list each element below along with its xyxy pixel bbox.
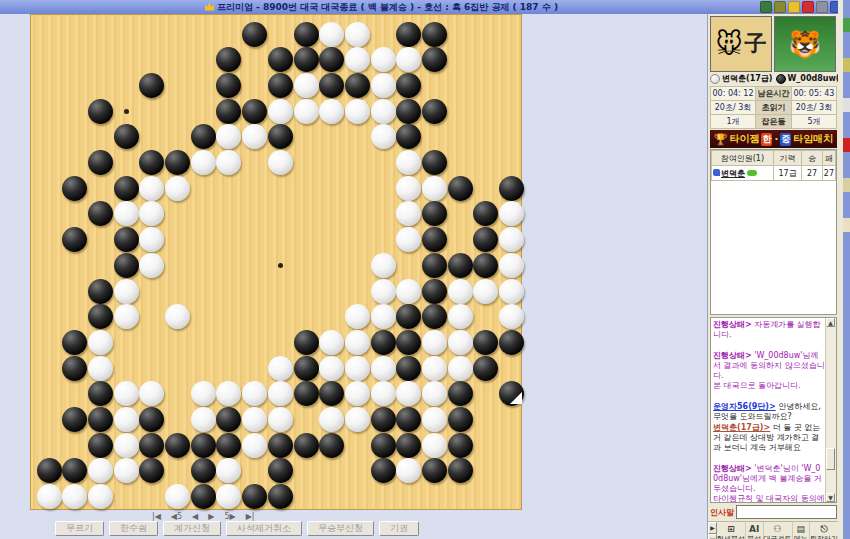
white-stone	[371, 304, 396, 329]
black-stone	[268, 73, 293, 98]
white-stone	[114, 381, 139, 406]
toolbar-label: 대국검토	[764, 534, 792, 539]
white-stone	[448, 330, 473, 355]
white-stone	[216, 381, 241, 406]
thumbs-up-icon	[713, 169, 720, 176]
white-stone	[396, 279, 421, 304]
black-stone	[216, 407, 241, 432]
white-stone	[216, 458, 241, 483]
white-time: 00: 04: 12	[711, 87, 756, 101]
window-title: 프리미엄 - 8900번 대국 대국종료 ( 백 불계승 ) - 호선 : 흑 …	[0, 1, 760, 14]
white-stone	[422, 433, 447, 458]
chat-message: 운영자56(9단)> 안녕하세요, 무엇을 도와드릴까요?	[713, 402, 825, 422]
black-stone	[371, 433, 396, 458]
sidebar-toolbar: ▶▣ ⊞형세분석AI분석⚇대국검토▤메뉴⎋퇴장하기	[708, 521, 839, 539]
white-stone	[268, 356, 293, 381]
white-stone	[396, 201, 421, 226]
black-stone	[294, 330, 319, 355]
player-names-row: 변덕춘(17급) W_00d8uw(17급)	[708, 72, 839, 85]
black-stone	[191, 124, 216, 149]
chat-message: 진행상태> 'W_00d8uw'님께서 결과에 동의하지 않으셨습니다. 본 대…	[713, 351, 825, 391]
toolbar-button-대국검토[interactable]: ⚇대국검토	[764, 522, 793, 539]
white-stone	[242, 433, 267, 458]
game-workspace: |◀◀5◀▶5▶▶| 무르기한수쉼계가신청사석제거취소무승부신청기권	[0, 14, 707, 529]
black-stone	[268, 47, 293, 72]
white-stone	[114, 433, 139, 458]
black-stone	[499, 381, 524, 406]
background-window-fragment	[843, 178, 850, 192]
white-byoyomi: 20초/ 3회	[711, 101, 756, 115]
toolbar-icon: ⚇	[773, 524, 781, 534]
black-byoyomi: 20초/ 3회	[791, 101, 836, 115]
black-stone	[88, 201, 113, 226]
white-stone	[396, 47, 421, 72]
toolbar-label: 메뉴	[794, 534, 808, 539]
black-stone	[396, 356, 421, 381]
white-stone	[139, 253, 164, 278]
white-stone	[139, 227, 164, 252]
scroll-up-button[interactable]: ▲	[826, 318, 835, 327]
toolbar-button-퇴장하기[interactable]: ⎋퇴장하기	[810, 522, 839, 539]
black-stone	[62, 407, 87, 432]
white-stone	[448, 356, 473, 381]
background-window-fragment	[843, 98, 850, 112]
white-stone	[345, 407, 370, 432]
black-stone	[422, 304, 447, 329]
white-stone	[422, 356, 447, 381]
black-stone	[396, 304, 421, 329]
white-stone	[114, 279, 139, 304]
action-button[interactable]: 기권	[379, 521, 419, 536]
white-stone	[319, 356, 344, 381]
white-stone	[422, 330, 447, 355]
titlebar-icon[interactable]	[774, 1, 786, 13]
toolbar-label: 형세분석	[717, 534, 745, 539]
background-window-fragment	[843, 58, 850, 72]
black-stone	[473, 253, 498, 278]
black-stone	[37, 458, 62, 483]
chat-message: 진행상태> 자동계가를 실행합니다.	[713, 320, 825, 340]
black-stone	[88, 407, 113, 432]
background-window-blue	[843, 0, 850, 539]
white-stone	[371, 99, 396, 124]
action-button[interactable]: 사석제거취소	[226, 521, 302, 536]
white-stone	[371, 356, 396, 381]
black-stone	[396, 407, 421, 432]
white-stone	[422, 176, 447, 201]
black-stone	[294, 356, 319, 381]
white-stone	[345, 47, 370, 72]
white-stone	[422, 381, 447, 406]
white-stone	[499, 201, 524, 226]
toolbar-label: 분석	[747, 534, 761, 539]
white-stone	[216, 484, 241, 509]
black-stone	[88, 433, 113, 458]
white-stone	[88, 330, 113, 355]
black-stone	[139, 433, 164, 458]
chat-scrollbar[interactable]: ▲ ▼	[825, 318, 836, 502]
white-stone	[268, 381, 293, 406]
move-nav-row: |◀◀5◀▶5▶▶|	[150, 512, 257, 521]
black-stone	[242, 22, 267, 47]
participants-table: 참여인원(1) 기력 승 패 변덕춘 17급 27 27	[711, 150, 836, 181]
chat-sender: 진행상태>	[713, 351, 752, 360]
avatar-row: 🐭子 🐯	[708, 14, 839, 72]
black-stone	[422, 253, 447, 278]
time-label: 남은시간	[756, 87, 792, 101]
byoyomi-label: 초읽기	[756, 101, 792, 115]
white-stone	[371, 47, 396, 72]
white-stone	[448, 304, 473, 329]
black-stone	[422, 279, 447, 304]
black-stone	[62, 330, 87, 355]
background-window-fragment	[843, 218, 850, 232]
black-stone	[499, 176, 524, 201]
black-stone	[422, 201, 447, 226]
white-stone	[473, 279, 498, 304]
white-stone	[268, 99, 293, 124]
black-stone	[165, 433, 190, 458]
white-stone	[345, 99, 370, 124]
white-stone	[396, 176, 421, 201]
action-button[interactable]: 한수쉼	[109, 521, 158, 536]
nav-button[interactable]: ▶|	[244, 512, 257, 521]
black-stone	[422, 227, 447, 252]
black-captures: 5개	[791, 115, 836, 129]
black-stone	[319, 73, 344, 98]
black-stone	[396, 330, 421, 355]
white-stone	[396, 381, 421, 406]
black-stone	[422, 150, 447, 175]
white-stone	[345, 22, 370, 47]
white-stone	[242, 124, 267, 149]
white-stone	[371, 73, 396, 98]
chat-message: 변덕춘(17급)> 더 둘 곳 없는 거 같은데 상대방 계가하고 결과 보더니…	[713, 423, 825, 453]
titlebar-icon[interactable]	[788, 1, 800, 13]
black-stone	[139, 73, 164, 98]
white-player-name: 변덕춘(17급)	[708, 73, 774, 84]
white-stone	[139, 176, 164, 201]
white-stone	[499, 279, 524, 304]
black-stone	[191, 484, 216, 509]
toolbar-icon: AI	[749, 524, 759, 534]
nav-button[interactable]: ▶	[206, 512, 216, 521]
collapse-handle[interactable]: ▶▣	[708, 522, 717, 539]
scroll-down-button[interactable]: ▼	[826, 493, 835, 502]
titlebar-icon[interactable]	[816, 1, 828, 13]
action-button[interactable]: 계가신청	[163, 521, 221, 536]
black-stone	[191, 433, 216, 458]
titlebar-icon[interactable]	[802, 1, 814, 13]
trophy-icon: 🏆	[714, 133, 728, 146]
black-time: 00: 05: 43	[791, 87, 836, 101]
black-stone	[165, 150, 190, 175]
scrollbar-thumb[interactable]	[826, 448, 835, 470]
greeting-label[interactable]: 인사말	[710, 507, 734, 518]
white-stone	[114, 201, 139, 226]
white-stone	[448, 279, 473, 304]
black-stone	[319, 433, 344, 458]
chat-sender: 진행상태>	[713, 320, 752, 329]
nav-button[interactable]: ◀	[190, 512, 200, 521]
black-stone	[448, 407, 473, 432]
titlebar-icon-group	[760, 1, 842, 13]
go-board[interactable]	[30, 14, 522, 510]
white-stone	[268, 407, 293, 432]
white-stone	[114, 458, 139, 483]
white-stone	[268, 150, 293, 175]
toolbar-icon: ⊞	[727, 524, 735, 534]
white-stone	[165, 304, 190, 329]
black-stone	[114, 253, 139, 278]
mouse-icon: 🐭	[715, 29, 742, 59]
black-stone	[139, 150, 164, 175]
black-stone	[88, 381, 113, 406]
white-stone	[114, 304, 139, 329]
nav-button[interactable]: 5▶	[222, 512, 237, 521]
toolbar-button-분석[interactable]: AI분석	[746, 522, 764, 539]
black-stone	[62, 458, 87, 483]
black-stone	[396, 433, 421, 458]
white-stone	[319, 407, 344, 432]
white-stone	[191, 150, 216, 175]
white-stone	[396, 458, 421, 483]
chat-message: 진행상태> '변덕춘'님이 'W_00d8uw'님에게 백 불계승을 거두셨습니…	[713, 464, 825, 503]
black-stone	[268, 433, 293, 458]
white-stone	[499, 227, 524, 252]
black-stone	[62, 176, 87, 201]
background-window-strip	[838, 0, 850, 539]
white-stone	[139, 381, 164, 406]
black-stone	[396, 22, 421, 47]
white-stone	[294, 73, 319, 98]
nav-button[interactable]: |◀	[150, 512, 163, 521]
chat-messages: 진행상태> 자동계가를 실행합니다.진행상태> 'W_00d8uw'님께서 결과…	[713, 320, 825, 502]
toolbar-label: 퇴장하기	[810, 534, 838, 539]
black-stone	[422, 458, 447, 483]
white-stone	[139, 201, 164, 226]
white-stone	[165, 176, 190, 201]
white-stone-icon	[710, 74, 720, 84]
black-stone	[139, 407, 164, 432]
chat-panel: 진행상태> 자동계가를 실행합니다.진행상태> 'W_00d8uw'님께서 결과…	[710, 317, 837, 503]
event-banner[interactable]: 🏆 타이젬 한 · 중 타임매치	[710, 130, 837, 148]
participant-row[interactable]: 변덕춘 17급 27 27	[712, 166, 836, 181]
black-stone	[473, 227, 498, 252]
toolbar-icon: ▤	[796, 524, 805, 534]
white-stone	[216, 124, 241, 149]
black-stone	[371, 407, 396, 432]
black-stone	[114, 227, 139, 252]
clock-table: 00: 04: 12 남은시간 00: 05: 43 20초/ 3회 초읽기 2…	[710, 86, 837, 129]
white-stone	[345, 304, 370, 329]
white-stone	[371, 279, 396, 304]
chat-sender[interactable]: 운영자56(9단)>	[713, 402, 776, 411]
black-stone	[396, 99, 421, 124]
black-stone	[114, 176, 139, 201]
black-stone	[88, 279, 113, 304]
black-stone	[294, 433, 319, 458]
black-stone	[268, 458, 293, 483]
black-stone	[371, 330, 396, 355]
chat-bubble-icon	[747, 170, 757, 176]
black-stone	[422, 47, 447, 72]
chat-sender[interactable]: 변덕춘(17급)>	[713, 423, 770, 432]
white-stone	[345, 356, 370, 381]
white-stone	[371, 253, 396, 278]
white-stone	[319, 99, 344, 124]
white-stone	[319, 22, 344, 47]
background-window-fragment	[843, 138, 850, 152]
action-button[interactable]: 무르기	[55, 521, 104, 536]
chat-input-row: 인사말	[710, 505, 837, 519]
toolbar-button-형세분석[interactable]: ⊞형세분석	[717, 522, 746, 539]
white-stone	[371, 381, 396, 406]
black-stone	[448, 176, 473, 201]
white-stone	[114, 407, 139, 432]
black-stone-icon	[776, 74, 786, 84]
action-button[interactable]: 무승부신청	[307, 521, 374, 536]
black-stone	[191, 458, 216, 483]
titlebar-icon[interactable]	[760, 1, 772, 13]
black-stone	[499, 330, 524, 355]
sidebar: 🐭子 🐯 변덕춘(17급) W_00d8uw(17급) 00: 04: 12 남…	[707, 14, 839, 539]
black-stone	[473, 330, 498, 355]
black-stone	[319, 381, 344, 406]
black-stone	[216, 433, 241, 458]
white-stone	[345, 330, 370, 355]
black-stone	[268, 124, 293, 149]
black-stone	[216, 99, 241, 124]
captures-label: 잡은돌	[756, 115, 792, 129]
white-stone	[396, 150, 421, 175]
white-stone	[499, 253, 524, 278]
last-move-marker	[510, 392, 522, 404]
black-stone	[114, 124, 139, 149]
participants-panel: 참여인원(1) 기력 승 패 변덕춘 17급 27 27	[710, 149, 837, 315]
black-stone	[345, 73, 370, 98]
black-stone	[448, 433, 473, 458]
black-stone	[473, 201, 498, 226]
white-stone	[191, 407, 216, 432]
white-stone	[165, 484, 190, 509]
black-stone	[319, 47, 344, 72]
white-stone	[345, 381, 370, 406]
black-stone	[242, 99, 267, 124]
toolbar-icon: ⎋	[820, 524, 827, 534]
black-stone	[242, 484, 267, 509]
chat-sender: 진행상태>	[713, 464, 752, 473]
background-window-fragment	[843, 18, 850, 32]
black-stone	[448, 381, 473, 406]
star-point	[278, 263, 283, 268]
black-player-avatar: 🐯	[774, 16, 836, 72]
white-stone	[371, 124, 396, 149]
participants-header: 참여인원(1) 기력 승 패	[712, 151, 836, 166]
black-stone	[88, 304, 113, 329]
black-stone	[88, 150, 113, 175]
black-stone	[62, 227, 87, 252]
nav-button[interactable]: ◀5	[169, 512, 184, 521]
black-stone	[268, 484, 293, 509]
white-stone	[88, 458, 113, 483]
white-stone	[499, 304, 524, 329]
title-bar: 프리미엄 - 8900번 대국 대국종료 ( 백 불계승 ) - 호선 : 흑 …	[0, 0, 850, 14]
black-stone	[448, 253, 473, 278]
black-stone	[139, 458, 164, 483]
black-stone	[422, 22, 447, 47]
black-stone	[216, 73, 241, 98]
white-stone	[422, 407, 447, 432]
white-stone	[88, 484, 113, 509]
white-stone	[191, 381, 216, 406]
chat-input[interactable]	[736, 505, 837, 519]
black-stone	[88, 99, 113, 124]
white-stone	[294, 99, 319, 124]
white-stone	[242, 407, 267, 432]
black-stone	[294, 381, 319, 406]
white-stone	[88, 356, 113, 381]
white-stone	[242, 381, 267, 406]
toolbar-button-메뉴[interactable]: ▤메뉴	[793, 522, 811, 539]
white-stone	[216, 150, 241, 175]
black-stone	[473, 356, 498, 381]
black-player-name: W_00d8uw(17급)	[774, 73, 840, 84]
black-stone	[294, 47, 319, 72]
black-stone	[422, 99, 447, 124]
black-stone	[396, 124, 421, 149]
black-stone	[371, 458, 396, 483]
white-captures: 1개	[711, 115, 756, 129]
white-stone	[37, 484, 62, 509]
white-stone	[319, 330, 344, 355]
black-stone	[62, 356, 87, 381]
star-point	[124, 109, 129, 114]
white-stone	[396, 227, 421, 252]
tiger-icon: 🐯	[789, 29, 821, 59]
black-stone	[448, 458, 473, 483]
action-button-row: 무르기한수쉼계가신청사석제거취소무승부신청기권	[55, 521, 419, 536]
white-player-avatar: 🐭子	[710, 16, 772, 72]
crown-icon	[205, 3, 214, 11]
black-stone	[216, 47, 241, 72]
white-stone	[62, 484, 87, 509]
black-stone	[396, 73, 421, 98]
black-stone	[294, 22, 319, 47]
